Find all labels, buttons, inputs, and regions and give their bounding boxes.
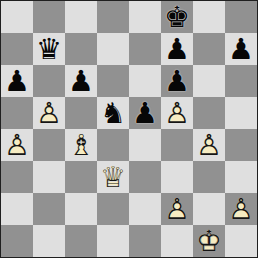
square-f5[interactable]: ♟♙	[161, 97, 193, 129]
square-b3[interactable]	[33, 161, 65, 193]
piece-white-pawn: ♟♙	[161, 193, 193, 225]
piece-white-bishop: ♝♗	[65, 129, 97, 161]
piece-white-pawn: ♟♙	[33, 97, 65, 129]
square-d6[interactable]	[97, 65, 129, 97]
square-b6[interactable]	[33, 65, 65, 97]
square-e4[interactable]	[129, 129, 161, 161]
square-b8[interactable]	[33, 1, 65, 33]
square-h2[interactable]: ♟♙	[225, 193, 257, 225]
square-a1[interactable]	[1, 225, 33, 257]
square-h8[interactable]	[225, 1, 257, 33]
piece-white-pawn: ♟♙	[161, 97, 193, 129]
square-b5[interactable]: ♟♙	[33, 97, 65, 129]
square-a8[interactable]	[1, 1, 33, 33]
square-d8[interactable]	[97, 1, 129, 33]
piece-black-pawn: ♟	[161, 65, 193, 97]
square-b4[interactable]	[33, 129, 65, 161]
square-a3[interactable]	[1, 161, 33, 193]
piece-black-pawn: ♟	[225, 33, 257, 65]
square-c6[interactable]: ♟	[65, 65, 97, 97]
square-e1[interactable]	[129, 225, 161, 257]
square-c7[interactable]	[65, 33, 97, 65]
chess-board: ♚♛♟♟♟♟♟♟♙♞♟♟♙♟♙♝♗♟♙♛♕♟♙♟♙♚♔	[0, 0, 258, 258]
square-f6[interactable]: ♟	[161, 65, 193, 97]
piece-white-pawn: ♟♙	[1, 129, 33, 161]
square-f4[interactable]	[161, 129, 193, 161]
square-h7[interactable]: ♟	[225, 33, 257, 65]
square-d4[interactable]	[97, 129, 129, 161]
square-a2[interactable]	[1, 193, 33, 225]
square-b7[interactable]: ♛	[33, 33, 65, 65]
square-e5[interactable]: ♟	[129, 97, 161, 129]
square-e2[interactable]	[129, 193, 161, 225]
piece-black-queen: ♛	[33, 33, 65, 65]
square-e8[interactable]	[129, 1, 161, 33]
square-g6[interactable]	[193, 65, 225, 97]
square-h5[interactable]	[225, 97, 257, 129]
piece-white-pawn: ♟♙	[225, 193, 257, 225]
square-g4[interactable]: ♟♙	[193, 129, 225, 161]
piece-black-king: ♚	[161, 1, 193, 33]
square-b1[interactable]	[33, 225, 65, 257]
square-f3[interactable]	[161, 161, 193, 193]
square-c5[interactable]	[65, 97, 97, 129]
square-d1[interactable]	[97, 225, 129, 257]
square-h4[interactable]	[225, 129, 257, 161]
piece-black-pawn: ♟	[65, 65, 97, 97]
piece-white-queen: ♛♕	[97, 161, 129, 193]
square-a6[interactable]: ♟	[1, 65, 33, 97]
square-c4[interactable]: ♝♗	[65, 129, 97, 161]
square-f7[interactable]: ♟	[161, 33, 193, 65]
square-d2[interactable]	[97, 193, 129, 225]
square-g8[interactable]	[193, 1, 225, 33]
square-g3[interactable]	[193, 161, 225, 193]
square-d7[interactable]	[97, 33, 129, 65]
square-g1[interactable]: ♚♔	[193, 225, 225, 257]
square-a5[interactable]	[1, 97, 33, 129]
square-g2[interactable]	[193, 193, 225, 225]
square-c1[interactable]	[65, 225, 97, 257]
square-b2[interactable]	[33, 193, 65, 225]
square-c8[interactable]	[65, 1, 97, 33]
square-g7[interactable]	[193, 33, 225, 65]
piece-black-pawn: ♟	[1, 65, 33, 97]
piece-black-pawn: ♟	[129, 97, 161, 129]
square-e3[interactable]	[129, 161, 161, 193]
square-a4[interactable]: ♟♙	[1, 129, 33, 161]
piece-white-king: ♚♔	[193, 225, 225, 257]
square-e7[interactable]	[129, 33, 161, 65]
square-f1[interactable]	[161, 225, 193, 257]
piece-white-pawn: ♟♙	[193, 129, 225, 161]
square-g5[interactable]	[193, 97, 225, 129]
piece-black-pawn: ♟	[161, 33, 193, 65]
square-f2[interactable]: ♟♙	[161, 193, 193, 225]
square-a7[interactable]	[1, 33, 33, 65]
piece-black-knight: ♞	[97, 97, 129, 129]
square-d3[interactable]: ♛♕	[97, 161, 129, 193]
square-h1[interactable]	[225, 225, 257, 257]
square-c2[interactable]	[65, 193, 97, 225]
square-f8[interactable]: ♚	[161, 1, 193, 33]
square-d5[interactable]: ♞	[97, 97, 129, 129]
square-e6[interactable]	[129, 65, 161, 97]
square-h6[interactable]	[225, 65, 257, 97]
square-h3[interactable]	[225, 161, 257, 193]
square-c3[interactable]	[65, 161, 97, 193]
